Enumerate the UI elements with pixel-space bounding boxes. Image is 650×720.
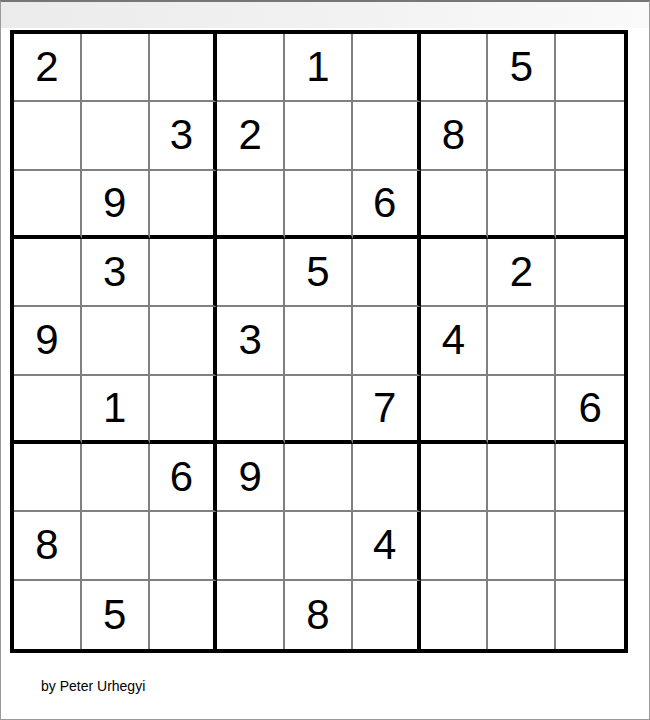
cell-r5c9[interactable] [556,307,624,375]
cell-r5c3[interactable] [150,307,218,375]
cell-r6c5[interactable] [285,376,353,444]
cell-r4c3[interactable] [150,239,218,307]
cell-r4c5[interactable]: 5 [285,239,353,307]
cell-r7c1[interactable] [14,444,82,512]
cell-r2c8[interactable] [488,102,556,170]
cell-r5c7[interactable]: 4 [421,307,489,375]
cell-r8c4[interactable] [217,512,285,580]
cell-r8c1[interactable]: 8 [14,512,82,580]
cell-r1c3[interactable] [150,34,218,102]
author-credit: by Peter Urhegyi [41,678,145,694]
cell-r5c4[interactable]: 3 [217,307,285,375]
cell-r5c5[interactable] [285,307,353,375]
cell-r9c7[interactable] [421,581,489,649]
cell-r9c4[interactable] [217,581,285,649]
cell-r5c2[interactable] [82,307,150,375]
cell-r8c6[interactable]: 4 [353,512,421,580]
cell-r6c2[interactable]: 1 [82,376,150,444]
cell-r3c7[interactable] [421,171,489,239]
cell-r9c8[interactable] [488,581,556,649]
cell-r9c1[interactable] [14,581,82,649]
cell-r2c7[interactable]: 8 [421,102,489,170]
cell-r7c3[interactable]: 6 [150,444,218,512]
cell-r5c8[interactable] [488,307,556,375]
cell-r1c8[interactable]: 5 [488,34,556,102]
cell-r2c9[interactable] [556,102,624,170]
cell-r8c9[interactable] [556,512,624,580]
cell-r1c5[interactable]: 1 [285,34,353,102]
cell-r6c7[interactable] [421,376,489,444]
cell-r2c3[interactable]: 3 [150,102,218,170]
cell-r9c3[interactable] [150,581,218,649]
cell-r8c8[interactable] [488,512,556,580]
cell-r4c9[interactable] [556,239,624,307]
sudoku-board: 21532896352934176698458 [10,30,628,653]
cell-r7c6[interactable] [353,444,421,512]
cell-r9c9[interactable] [556,581,624,649]
cell-r3c3[interactable] [150,171,218,239]
cell-r3c9[interactable] [556,171,624,239]
cell-r1c7[interactable] [421,34,489,102]
cell-r5c1[interactable]: 9 [14,307,82,375]
cell-r6c1[interactable] [14,376,82,444]
cell-r6c4[interactable] [217,376,285,444]
cell-r8c3[interactable] [150,512,218,580]
cell-r3c2[interactable]: 9 [82,171,150,239]
cell-r8c2[interactable] [82,512,150,580]
cell-r7c7[interactable] [421,444,489,512]
cell-r7c4[interactable]: 9 [217,444,285,512]
cell-r9c2[interactable]: 5 [82,581,150,649]
cell-r7c9[interactable] [556,444,624,512]
cell-r3c8[interactable] [488,171,556,239]
cell-r2c2[interactable] [82,102,150,170]
cell-r1c1[interactable]: 2 [14,34,82,102]
cell-r8c7[interactable] [421,512,489,580]
cell-r6c9[interactable]: 6 [556,376,624,444]
cell-r4c6[interactable] [353,239,421,307]
cell-r7c5[interactable] [285,444,353,512]
cell-r1c4[interactable] [217,34,285,102]
cell-r9c6[interactable] [353,581,421,649]
cell-r1c9[interactable] [556,34,624,102]
cell-r6c6[interactable]: 7 [353,376,421,444]
cell-r2c6[interactable] [353,102,421,170]
cell-r9c5[interactable]: 8 [285,581,353,649]
page-frame: 21532896352934176698458 by Peter Urhegyi [0,0,650,720]
cell-r5c6[interactable] [353,307,421,375]
cell-r7c8[interactable] [488,444,556,512]
cell-r7c2[interactable] [82,444,150,512]
window-top-strip [1,2,649,28]
cell-r1c6[interactable] [353,34,421,102]
cell-r4c4[interactable] [217,239,285,307]
cell-r4c2[interactable]: 3 [82,239,150,307]
cell-r3c5[interactable] [285,171,353,239]
cell-r6c3[interactable] [150,376,218,444]
cell-r3c1[interactable] [14,171,82,239]
cell-r8c5[interactable] [285,512,353,580]
cell-r3c4[interactable] [217,171,285,239]
cell-r4c7[interactable] [421,239,489,307]
cell-r1c2[interactable] [82,34,150,102]
cell-r3c6[interactable]: 6 [353,171,421,239]
cell-r4c8[interactable]: 2 [488,239,556,307]
cell-r2c5[interactable] [285,102,353,170]
cell-r2c4[interactable]: 2 [217,102,285,170]
cell-r4c1[interactable] [14,239,82,307]
cell-r2c1[interactable] [14,102,82,170]
cell-r6c8[interactable] [488,376,556,444]
